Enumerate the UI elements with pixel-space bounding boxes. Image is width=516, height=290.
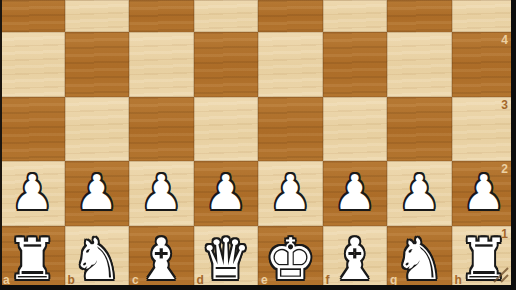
square-b5[interactable]	[65, 0, 130, 32]
square-f5[interactable]	[323, 0, 388, 32]
piece-white-pawn[interactable]: ♟	[462, 168, 505, 217]
chess-app-window: 43♟♟♟♟♟♟♟♟2♜a♞b♝c♛d♚e♝f♞g♜h1	[0, 0, 516, 290]
piece-white-pawn[interactable]: ♟	[269, 168, 312, 217]
piece-white-pawn[interactable]: ♟	[140, 168, 183, 217]
square-d1[interactable]: ♛d	[194, 226, 259, 290]
square-g4[interactable]	[387, 32, 452, 97]
rank-label-4: 4	[501, 34, 508, 46]
square-g5[interactable]	[387, 0, 452, 32]
piece-white-pawn[interactable]: ♟	[75, 168, 118, 217]
piece-white-queen[interactable]: ♛	[200, 230, 251, 288]
square-c2[interactable]: ♟	[129, 161, 194, 226]
square-f2[interactable]: ♟	[323, 161, 388, 226]
piece-white-pawn[interactable]: ♟	[333, 168, 376, 217]
square-a5[interactable]	[0, 0, 65, 32]
window-edge-bottom	[0, 285, 516, 290]
square-h4[interactable]: 4	[452, 32, 516, 97]
square-h2[interactable]: ♟2	[452, 161, 516, 226]
piece-white-pawn[interactable]: ♟	[398, 168, 441, 217]
resize-handle-icon[interactable]	[493, 267, 509, 283]
piece-white-knight[interactable]: ♞	[394, 230, 445, 288]
piece-white-knight[interactable]: ♞	[71, 230, 122, 288]
square-b1[interactable]: ♞b	[65, 226, 130, 290]
piece-white-bishop[interactable]: ♝	[329, 230, 380, 288]
square-a1[interactable]: ♜a	[0, 226, 65, 290]
square-d2[interactable]: ♟	[194, 161, 259, 226]
square-e2[interactable]: ♟	[258, 161, 323, 226]
square-c1[interactable]: ♝c	[129, 226, 194, 290]
square-e4[interactable]	[258, 32, 323, 97]
square-f4[interactable]	[323, 32, 388, 97]
chessboard: 43♟♟♟♟♟♟♟♟2♜a♞b♝c♛d♚e♝f♞g♜h1	[0, 0, 516, 290]
square-h5[interactable]	[452, 0, 516, 32]
square-b3[interactable]	[65, 97, 130, 162]
piece-white-pawn[interactable]: ♟	[204, 168, 247, 217]
square-g2[interactable]: ♟	[387, 161, 452, 226]
square-g3[interactable]	[387, 97, 452, 162]
square-a4[interactable]	[0, 32, 65, 97]
square-e3[interactable]	[258, 97, 323, 162]
square-d5[interactable]	[194, 0, 259, 32]
rank-label-3: 3	[501, 99, 508, 111]
window-edge-right	[511, 0, 516, 290]
square-c5[interactable]	[129, 0, 194, 32]
square-e1[interactable]: ♚e	[258, 226, 323, 290]
square-d4[interactable]	[194, 32, 259, 97]
square-a3[interactable]	[0, 97, 65, 162]
window-edge-left	[0, 0, 2, 290]
square-d3[interactable]	[194, 97, 259, 162]
square-e5[interactable]	[258, 0, 323, 32]
piece-white-rook[interactable]: ♜	[7, 230, 58, 288]
square-f3[interactable]	[323, 97, 388, 162]
piece-white-bishop[interactable]: ♝	[136, 230, 187, 288]
square-b2[interactable]: ♟	[65, 161, 130, 226]
piece-white-pawn[interactable]: ♟	[11, 168, 54, 217]
square-h3[interactable]: 3	[452, 97, 516, 162]
square-a2[interactable]: ♟	[0, 161, 65, 226]
square-f1[interactable]: ♝f	[323, 226, 388, 290]
square-b4[interactable]	[65, 32, 130, 97]
piece-white-king[interactable]: ♚	[265, 230, 316, 288]
square-g1[interactable]: ♞g	[387, 226, 452, 290]
square-c3[interactable]	[129, 97, 194, 162]
square-c4[interactable]	[129, 32, 194, 97]
